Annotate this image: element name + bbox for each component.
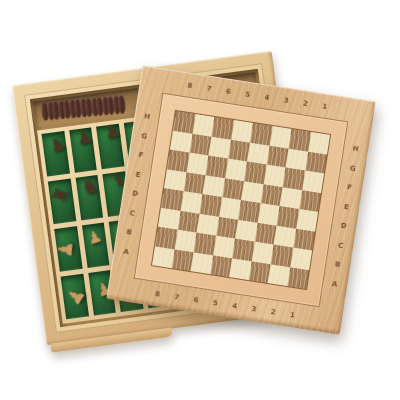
stored-piece-pawn: ♟ <box>46 133 69 156</box>
coord-label-top: 8 <box>187 81 193 90</box>
coord-label-bottom: 5 <box>212 298 218 307</box>
checkers-stack <box>41 95 125 121</box>
board-square <box>287 267 309 289</box>
chess-board: 8765432187654321HGFEDCBAHGFEDCBA <box>106 65 375 334</box>
stored-piece-rook: ♜ <box>48 184 72 207</box>
coord-label-top: 2 <box>303 99 309 108</box>
coord-label-right: A <box>331 279 338 288</box>
coord-label-top: 3 <box>283 96 289 105</box>
coord-label-right: C <box>338 241 344 250</box>
coord-label-left: F <box>138 151 144 160</box>
coord-label-left: H <box>144 112 151 121</box>
checker-disc <box>117 95 126 115</box>
coord-label-left: D <box>132 189 139 198</box>
coord-label-bottom: 1 <box>290 310 296 319</box>
coord-label-bottom: 3 <box>251 304 257 313</box>
coord-label-right: B <box>335 260 342 269</box>
stored-piece-pawn: ♟ <box>74 126 94 148</box>
coord-label-top: 4 <box>264 93 270 102</box>
coord-label-left: A <box>123 247 130 256</box>
coord-label-left: E <box>135 170 141 179</box>
stored-piece-pawn: ♟ <box>86 228 105 248</box>
stored-piece-pawn: ♟ <box>101 120 123 143</box>
coord-label-right: H <box>352 145 359 154</box>
coord-label-top: 1 <box>322 102 328 111</box>
stored-piece-knight: ♞ <box>79 174 101 197</box>
stored-piece-pawn: ♟ <box>55 240 75 258</box>
coord-label-right: E <box>344 202 350 211</box>
coord-label-bottom: 4 <box>232 301 238 310</box>
coord-label-right: D <box>340 222 347 231</box>
coord-label-right: F <box>347 183 353 192</box>
coord-label-bottom: 6 <box>193 295 199 304</box>
coord-label-bottom: 8 <box>155 290 161 299</box>
product-photo-scene: ♟♟♟♜♞♝♟♟♟♟♟ 8765432187654321HGFEDCBAHGFE… <box>0 0 400 400</box>
board-squares <box>151 110 331 290</box>
coord-label-bottom: 2 <box>270 307 276 316</box>
coord-label-bottom: 7 <box>174 293 180 302</box>
coord-label-left: G <box>141 132 148 141</box>
coord-label-left: C <box>129 209 135 218</box>
coord-label-top: 5 <box>245 90 251 99</box>
coord-label-top: 6 <box>225 87 231 96</box>
coord-label-left: B <box>126 228 133 237</box>
coord-label-right: G <box>349 164 356 173</box>
coord-label-top: 7 <box>206 84 212 93</box>
stored-piece-pawn: ♟ <box>63 284 88 309</box>
